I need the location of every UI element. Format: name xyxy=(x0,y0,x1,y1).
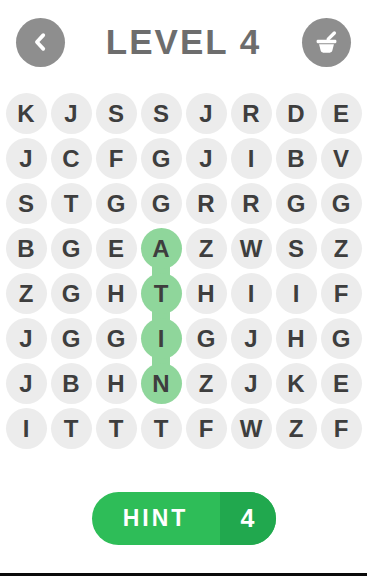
letter-cell[interactable]: K xyxy=(274,361,319,406)
letter-bubble[interactable]: I xyxy=(6,408,47,449)
letter-bubble[interactable]: V xyxy=(321,138,362,179)
letter-bubble[interactable]: W xyxy=(231,228,272,269)
letter-cell[interactable]: T xyxy=(49,181,94,226)
letter-cell[interactable]: T xyxy=(49,406,94,451)
letter-cell[interactable]: R xyxy=(184,181,229,226)
letter-cell[interactable]: S xyxy=(274,226,319,271)
letter-bubble[interactable]: I xyxy=(231,273,272,314)
letter-cell[interactable]: Z xyxy=(4,271,49,316)
letter-bubble-highlighted[interactable]: A xyxy=(141,228,182,269)
letter-cell[interactable]: J xyxy=(229,316,274,361)
letter-bubble[interactable]: G xyxy=(186,318,227,359)
letter-cell[interactable]: E xyxy=(319,361,364,406)
letter-cell[interactable]: G xyxy=(49,226,94,271)
letter-cell[interactable]: V xyxy=(319,136,364,181)
letter-cell[interactable]: Z xyxy=(274,406,319,451)
letter-cell[interactable]: Z xyxy=(184,361,229,406)
letter-bubble[interactable]: H xyxy=(186,273,227,314)
letter-cell[interactable]: I xyxy=(4,406,49,451)
letter-bubble[interactable]: J xyxy=(6,363,47,404)
letter-cell[interactable]: E xyxy=(319,91,364,136)
letter-cell[interactable]: C xyxy=(49,136,94,181)
letter-bubble[interactable]: R xyxy=(231,183,272,224)
letter-bubble[interactable]: I xyxy=(231,138,272,179)
letter-cell[interactable]: T xyxy=(94,406,139,451)
letter-bubble-highlighted[interactable]: I xyxy=(141,318,182,359)
letter-bubble[interactable]: Z xyxy=(186,228,227,269)
letter-bubble[interactable]: G xyxy=(276,183,317,224)
letter-cell[interactable]: W xyxy=(229,406,274,451)
letter-bubble[interactable]: J xyxy=(51,93,92,134)
letter-bubble[interactable]: G xyxy=(51,228,92,269)
letter-bubble[interactable]: G xyxy=(96,318,137,359)
letter-cell[interactable]: I xyxy=(229,271,274,316)
letter-bubble[interactable]: D xyxy=(276,93,317,134)
letter-bubble[interactable]: J xyxy=(186,138,227,179)
letter-cell[interactable]: T xyxy=(139,406,184,451)
letter-cell[interactable]: G xyxy=(319,181,364,226)
letter-bubble[interactable]: S xyxy=(141,93,182,134)
letter-cell[interactable]: G xyxy=(94,316,139,361)
letter-bubble[interactable]: I xyxy=(276,273,317,314)
letter-bubble[interactable]: G xyxy=(51,273,92,314)
letter-bubble[interactable]: G xyxy=(96,183,137,224)
letter-cell[interactable]: R xyxy=(229,181,274,226)
letter-bubble[interactable]: J xyxy=(231,363,272,404)
letter-bubble[interactable]: G xyxy=(51,318,92,359)
letter-bubble[interactable]: S xyxy=(96,93,137,134)
letter-cell[interactable]: G xyxy=(274,181,319,226)
hint-count-badge: 4 xyxy=(220,492,276,545)
letter-cell[interactable]: G xyxy=(94,181,139,226)
letter-cell[interactable]: H xyxy=(94,271,139,316)
letter-cell[interactable]: F xyxy=(184,406,229,451)
back-button[interactable] xyxy=(16,18,65,67)
letter-bubble[interactable]: S xyxy=(6,183,47,224)
letter-bubble[interactable]: T xyxy=(51,408,92,449)
letter-cell[interactable]: Z xyxy=(184,226,229,271)
letter-bubble[interactable]: B xyxy=(51,363,92,404)
letter-bubble[interactable]: G xyxy=(321,318,362,359)
letter-bubble[interactable]: J xyxy=(231,318,272,359)
letter-bubble[interactable]: Z xyxy=(321,228,362,269)
letter-cell[interactable]: W xyxy=(229,226,274,271)
letter-cell[interactable]: H xyxy=(94,361,139,406)
letter-bubble[interactable]: E xyxy=(96,228,137,269)
letter-cell[interactable]: H xyxy=(274,316,319,361)
letter-bubble[interactable]: J xyxy=(6,138,47,179)
hint-label: HINT xyxy=(92,492,220,545)
letter-bubble[interactable]: S xyxy=(276,228,317,269)
letter-cell[interactable]: A xyxy=(139,226,184,271)
letter-cell[interactable]: G xyxy=(319,316,364,361)
letter-bubble[interactable]: G xyxy=(321,183,362,224)
letter-bubble[interactable]: Z xyxy=(186,363,227,404)
letter-bubble[interactable]: T xyxy=(141,408,182,449)
letter-cell[interactable]: J xyxy=(4,136,49,181)
chevron-left-icon xyxy=(30,31,52,53)
letter-cell[interactable]: S xyxy=(139,91,184,136)
letter-cell[interactable]: F xyxy=(94,136,139,181)
letter-bubble-highlighted[interactable]: T xyxy=(141,273,182,314)
letter-bubble[interactable]: F xyxy=(186,408,227,449)
letter-bubble[interactable]: F xyxy=(321,273,362,314)
letter-cell[interactable]: J xyxy=(49,91,94,136)
letter-bubble[interactable]: K xyxy=(6,93,47,134)
letter-cell[interactable]: N xyxy=(139,361,184,406)
shop-button[interactable] xyxy=(302,18,351,67)
letter-bubble[interactable]: C xyxy=(51,138,92,179)
letter-cell[interactable]: G xyxy=(139,136,184,181)
letter-bubble[interactable]: F xyxy=(321,408,362,449)
letter-bubble[interactable]: G xyxy=(141,138,182,179)
letter-cell[interactable]: I xyxy=(229,136,274,181)
letter-cell[interactable]: B xyxy=(49,361,94,406)
letter-cell[interactable]: G xyxy=(139,181,184,226)
letter-cell[interactable]: G xyxy=(49,271,94,316)
letter-cell[interactable]: R xyxy=(229,91,274,136)
letter-bubble[interactable]: H xyxy=(96,273,137,314)
letter-cell[interactable]: G xyxy=(184,316,229,361)
letter-bubble[interactable]: K xyxy=(276,363,317,404)
letter-cell[interactable]: E xyxy=(94,226,139,271)
letter-cell[interactable]: B xyxy=(274,136,319,181)
letter-bubble[interactable]: J xyxy=(6,318,47,359)
letter-cell[interactable]: F xyxy=(319,271,364,316)
letter-bubble[interactable]: F xyxy=(96,138,137,179)
letter-bubble[interactable]: Z xyxy=(6,273,47,314)
letter-cell[interactable]: K xyxy=(4,91,49,136)
letter-cell[interactable]: S xyxy=(4,181,49,226)
letter-cell[interactable]: J xyxy=(4,361,49,406)
letter-bubble[interactable]: B xyxy=(276,138,317,179)
letter-cell[interactable]: J xyxy=(184,91,229,136)
letter-bubble[interactable]: T xyxy=(96,408,137,449)
letter-bubble[interactable]: E xyxy=(321,363,362,404)
letter-bubble[interactable]: E xyxy=(321,93,362,134)
letter-cell[interactable]: B xyxy=(4,226,49,271)
page-title: LEVEL 4 xyxy=(65,22,302,62)
letter-cell[interactable]: I xyxy=(139,316,184,361)
letter-cell[interactable]: Z xyxy=(319,226,364,271)
letter-cell[interactable]: T xyxy=(139,271,184,316)
letter-bubble[interactable]: R xyxy=(231,93,272,134)
letter-cell[interactable]: I xyxy=(274,271,319,316)
letter-bubble[interactable]: G xyxy=(141,183,182,224)
letter-bubble[interactable]: Z xyxy=(276,408,317,449)
letter-bubble-highlighted[interactable]: N xyxy=(141,363,182,404)
letter-cell[interactable]: D xyxy=(274,91,319,136)
hint-button[interactable]: HINT 4 xyxy=(92,492,276,545)
letter-bubble[interactable]: H xyxy=(276,318,317,359)
letter-grid: KJSSJRDEJCFGJIBVSTGGRRGGBGEAZWSZZGHTHIIF… xyxy=(4,91,364,451)
basket-icon xyxy=(313,29,340,56)
letter-bubble[interactable]: T xyxy=(51,183,92,224)
letter-bubble[interactable]: W xyxy=(231,408,272,449)
letter-cell[interactable]: F xyxy=(319,406,364,451)
letter-cell[interactable]: J xyxy=(184,136,229,181)
top-bar: LEVEL 4 xyxy=(0,0,367,84)
letter-bubble[interactable]: B xyxy=(6,228,47,269)
letter-cell[interactable]: H xyxy=(184,271,229,316)
letter-cell[interactable]: J xyxy=(4,316,49,361)
letter-cell[interactable]: G xyxy=(49,316,94,361)
letter-bubble[interactable]: J xyxy=(186,93,227,134)
letter-cell[interactable]: J xyxy=(229,361,274,406)
letter-bubble[interactable]: H xyxy=(96,363,137,404)
word-search-screen: LEVEL 4 KJSSJRDEJCFGJIBVSTGGRRGGBGEAZWSZ… xyxy=(0,0,367,576)
letter-cell[interactable]: S xyxy=(94,91,139,136)
letter-bubble[interactable]: R xyxy=(186,183,227,224)
